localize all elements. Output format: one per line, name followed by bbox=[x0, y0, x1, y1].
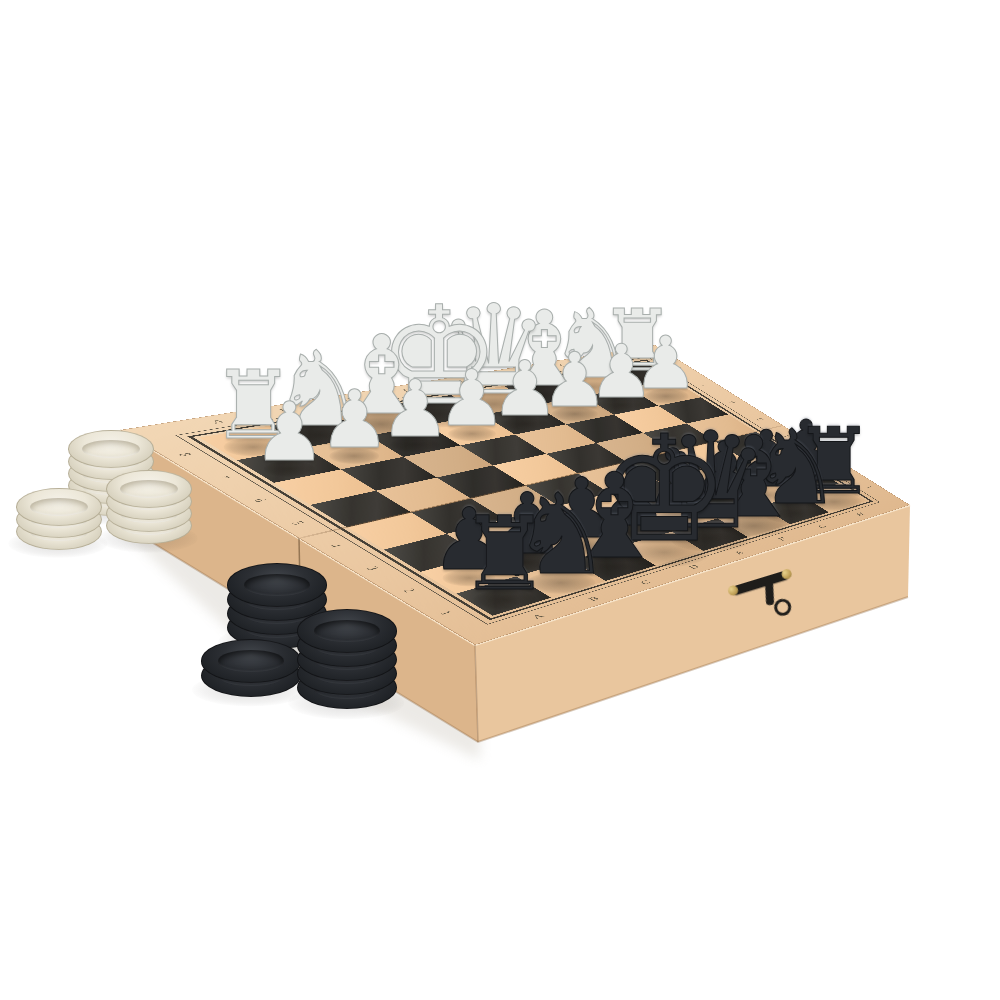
rank-label-3-left: 3 bbox=[362, 565, 383, 572]
rank-label-4-right: 4 bbox=[781, 434, 794, 438]
checker-recessed-ring bbox=[218, 650, 285, 671]
black-checker-disc bbox=[297, 609, 397, 652]
file-label-a-near: A bbox=[529, 612, 547, 620]
file-label-g-far: G bbox=[557, 362, 572, 368]
checker-recessed-ring bbox=[120, 480, 177, 498]
file-label-a-far: A bbox=[208, 418, 228, 425]
rank-label-8-left: 8 bbox=[174, 452, 197, 458]
rank-label-2-right: 2 bbox=[836, 468, 848, 472]
white-checker-disc bbox=[106, 470, 192, 507]
rank-label-8-right: 8 bbox=[671, 366, 684, 370]
file-label-e-near: E bbox=[733, 549, 747, 556]
checker-recessed-ring bbox=[30, 498, 87, 516]
file-label-f-near: F bbox=[776, 536, 788, 542]
rank-label-3-right: 3 bbox=[808, 451, 820, 455]
rank-label-6-left: 6 bbox=[249, 497, 271, 503]
file-label-c-far: C bbox=[341, 397, 358, 404]
file-label-h-near: H bbox=[854, 511, 867, 517]
file-label-h-far: H bbox=[603, 355, 617, 361]
white-checker-disc bbox=[68, 430, 154, 467]
latch-hook bbox=[765, 582, 774, 605]
file-label-g-near: G bbox=[816, 523, 829, 529]
black-checker-disc bbox=[227, 563, 327, 606]
file-label-d-near: D bbox=[687, 563, 702, 570]
black-checker-disc bbox=[201, 639, 301, 682]
rank-label-7-right: 7 bbox=[699, 383, 712, 387]
white-checker-disc bbox=[16, 488, 102, 525]
checker-recessed-ring bbox=[244, 574, 311, 595]
rank-label-5-right: 5 bbox=[754, 417, 767, 421]
checker-recessed-ring bbox=[314, 620, 381, 641]
rank-label-4-left: 4 bbox=[325, 542, 346, 549]
file-label-b-far: B bbox=[277, 407, 295, 414]
rank-label-7-left: 7 bbox=[212, 475, 234, 481]
file-label-d-far: D bbox=[400, 387, 417, 393]
rank-label-1-right: 1 bbox=[863, 485, 875, 490]
file-label-e-far: E bbox=[456, 379, 471, 385]
checker-recessed-ring bbox=[82, 440, 139, 458]
rank-label-5-left: 5 bbox=[287, 520, 308, 526]
product-photo: AABBCCDDEEFFGGHH8877665544332211 ♜♞♝♚♛♝♞… bbox=[0, 0, 1000, 1000]
rank-label-2-left: 2 bbox=[399, 587, 419, 594]
rank-label-6-right: 6 bbox=[726, 400, 739, 404]
file-label-b-near: B bbox=[586, 595, 602, 603]
file-label-c-near: C bbox=[638, 579, 653, 586]
rank-label-1-left: 1 bbox=[436, 610, 456, 617]
file-label-f-far: F bbox=[508, 370, 522, 376]
